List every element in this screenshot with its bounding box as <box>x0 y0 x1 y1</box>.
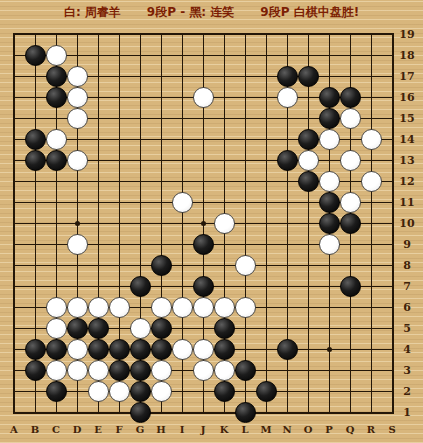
board-point <box>235 255 256 276</box>
row-label: 11 <box>394 196 420 209</box>
white-stone <box>193 360 214 381</box>
board-point <box>214 360 235 381</box>
black-stone <box>130 381 151 402</box>
board-point <box>319 108 340 129</box>
board-point <box>298 66 319 87</box>
board-point <box>193 87 214 108</box>
row-label: 2 <box>394 385 420 398</box>
column-label: O <box>298 424 319 435</box>
white-stone <box>319 171 340 192</box>
row-label: 16 <box>394 91 420 104</box>
black-stone <box>25 129 46 150</box>
black-stone <box>319 108 340 129</box>
white-stone <box>214 360 235 381</box>
black-stone <box>277 339 298 360</box>
white-stone <box>46 297 67 318</box>
board-point <box>25 150 46 171</box>
white-stone <box>46 129 67 150</box>
column-label: C <box>46 424 67 435</box>
white-stone <box>340 192 361 213</box>
row-label: 6 <box>394 301 420 314</box>
board-point <box>67 297 88 318</box>
black-stone <box>277 66 298 87</box>
white-stone <box>67 108 88 129</box>
black-stone <box>67 318 88 339</box>
white-stone <box>214 297 235 318</box>
board-point <box>109 339 130 360</box>
column-label: Q <box>340 424 361 435</box>
black-stone <box>298 171 319 192</box>
board-point <box>109 381 130 402</box>
white-stone <box>151 360 172 381</box>
white-stone <box>67 150 88 171</box>
board-point <box>46 381 67 402</box>
column-label: F <box>109 424 130 435</box>
board-point <box>235 360 256 381</box>
row-label: 15 <box>394 112 420 125</box>
board-point <box>151 297 172 318</box>
row-label: 3 <box>394 364 420 377</box>
board-point <box>67 360 88 381</box>
black-stone <box>319 213 340 234</box>
board-point <box>256 381 277 402</box>
board-point <box>361 171 382 192</box>
white-stone <box>67 360 88 381</box>
board-point <box>319 129 340 150</box>
board-point <box>46 318 67 339</box>
black-stone <box>340 87 361 108</box>
row-label: 17 <box>394 70 420 83</box>
board-point <box>88 339 109 360</box>
board-point <box>214 318 235 339</box>
board-point <box>46 339 67 360</box>
board-point <box>46 360 67 381</box>
board-point <box>67 234 88 255</box>
row-label: 5 <box>394 322 420 335</box>
board-point <box>214 339 235 360</box>
black-stone <box>130 360 151 381</box>
black-stone <box>340 276 361 297</box>
white-stone <box>172 339 193 360</box>
black-stone <box>25 45 46 66</box>
board-point <box>130 402 151 423</box>
board-point <box>214 297 235 318</box>
black-stone <box>88 339 109 360</box>
black-stone <box>340 213 361 234</box>
black-stone <box>109 360 130 381</box>
board-point <box>46 45 67 66</box>
board-point <box>46 66 67 87</box>
white-stone <box>298 150 319 171</box>
row-label: 9 <box>394 238 420 251</box>
stones-layer <box>4 24 403 423</box>
black-stone <box>193 234 214 255</box>
board-point <box>319 192 340 213</box>
board-point <box>214 213 235 234</box>
row-label: 1 <box>394 406 420 419</box>
board-point <box>130 339 151 360</box>
board-point <box>214 381 235 402</box>
board-point <box>25 360 46 381</box>
board-point <box>319 234 340 255</box>
white-stone <box>130 318 151 339</box>
column-label: I <box>172 424 193 435</box>
column-label: N <box>277 424 298 435</box>
board-point <box>109 360 130 381</box>
board-point <box>277 66 298 87</box>
board-point <box>25 129 46 150</box>
white-stone <box>193 87 214 108</box>
white-stone <box>235 255 256 276</box>
board-point <box>340 87 361 108</box>
white-stone <box>46 45 67 66</box>
white-stone <box>319 129 340 150</box>
row-label: 18 <box>394 49 420 62</box>
column-label: M <box>256 424 277 435</box>
board-point <box>298 171 319 192</box>
white-stone <box>88 360 109 381</box>
white-stone <box>46 318 67 339</box>
column-label: S <box>382 424 403 435</box>
black-stone <box>25 360 46 381</box>
black-stone <box>277 150 298 171</box>
board-point <box>46 129 67 150</box>
board-point <box>151 381 172 402</box>
board-point <box>193 360 214 381</box>
white-stone <box>235 297 256 318</box>
board-point <box>151 360 172 381</box>
board-point <box>25 339 46 360</box>
white-stone <box>340 108 361 129</box>
column-label: G <box>130 424 151 435</box>
white-stone <box>361 171 382 192</box>
go-game-viewer: 白: 周睿羊 9段P - 黑: 连笑 9段P 白棋中盘胜! ABCDEFGHIJ… <box>0 0 423 443</box>
board-point <box>67 339 88 360</box>
board-point <box>130 381 151 402</box>
board-point <box>298 129 319 150</box>
column-label: L <box>235 424 256 435</box>
board-point <box>88 318 109 339</box>
black-stone <box>235 360 256 381</box>
game-info-bar: 白: 周睿羊 9段P - 黑: 连笑 9段P 白棋中盘胜! <box>0 0 423 24</box>
board-point <box>277 150 298 171</box>
board-point <box>361 129 382 150</box>
column-label: R <box>361 424 382 435</box>
white-stone <box>67 66 88 87</box>
black-stone <box>319 87 340 108</box>
black-stone <box>151 339 172 360</box>
board-point <box>151 339 172 360</box>
white-stone <box>46 360 67 381</box>
column-label: D <box>67 424 88 435</box>
board-point <box>277 87 298 108</box>
board-point <box>340 213 361 234</box>
white-stone <box>151 381 172 402</box>
black-stone <box>151 318 172 339</box>
board-point <box>67 150 88 171</box>
white-stone <box>88 297 109 318</box>
board-point <box>46 150 67 171</box>
column-label: P <box>319 424 340 435</box>
white-stone <box>340 150 361 171</box>
white-stone <box>214 213 235 234</box>
black-stone <box>319 192 340 213</box>
black-stone <box>130 339 151 360</box>
white-stone <box>151 297 172 318</box>
white-player-label: 白: 周睿羊 <box>64 4 121 21</box>
column-label: B <box>25 424 46 435</box>
row-label: 13 <box>394 154 420 167</box>
board-point <box>319 213 340 234</box>
board-point <box>25 45 46 66</box>
board-point <box>130 276 151 297</box>
row-label: 8 <box>394 259 420 272</box>
board-point <box>172 297 193 318</box>
black-stone <box>130 402 151 423</box>
board-point <box>172 339 193 360</box>
column-label: E <box>88 424 109 435</box>
white-stone <box>193 339 214 360</box>
white-stone <box>277 87 298 108</box>
board-point <box>67 87 88 108</box>
board-point <box>193 276 214 297</box>
black-stone <box>298 66 319 87</box>
row-label: 19 <box>394 28 420 41</box>
white-stone <box>361 129 382 150</box>
row-label: 4 <box>394 343 420 356</box>
white-stone <box>67 234 88 255</box>
board-point <box>235 297 256 318</box>
board-point <box>67 66 88 87</box>
board-point <box>319 87 340 108</box>
black-stone <box>298 129 319 150</box>
board-point <box>151 318 172 339</box>
black-stone <box>256 381 277 402</box>
board-point <box>130 318 151 339</box>
board-point <box>193 339 214 360</box>
white-stone <box>193 297 214 318</box>
black-stone <box>235 402 256 423</box>
black-stone <box>25 339 46 360</box>
black-stone <box>46 66 67 87</box>
white-stone <box>67 339 88 360</box>
black-stone <box>46 381 67 402</box>
board-point <box>298 150 319 171</box>
black-stone <box>214 381 235 402</box>
board-point <box>319 171 340 192</box>
black-stone <box>46 339 67 360</box>
black-stone <box>88 318 109 339</box>
board-point <box>88 297 109 318</box>
white-stone <box>172 297 193 318</box>
board-point <box>172 192 193 213</box>
board-point <box>67 318 88 339</box>
board-point <box>235 402 256 423</box>
row-label: 10 <box>394 217 420 230</box>
black-stone <box>214 339 235 360</box>
row-label: 14 <box>394 133 420 146</box>
white-stone <box>109 297 130 318</box>
board-point <box>109 297 130 318</box>
board-point <box>88 381 109 402</box>
column-label: A <box>4 424 25 435</box>
black-stone <box>193 276 214 297</box>
column-label: K <box>214 424 235 435</box>
row-label: 7 <box>394 280 420 293</box>
board-point <box>151 255 172 276</box>
black-stone <box>46 150 67 171</box>
column-label: J <box>193 424 214 435</box>
board-point <box>340 276 361 297</box>
board-point <box>88 360 109 381</box>
black-stone <box>151 255 172 276</box>
board-point <box>193 297 214 318</box>
black-stone <box>214 318 235 339</box>
white-stone <box>319 234 340 255</box>
board-point <box>340 150 361 171</box>
board-point <box>277 339 298 360</box>
row-label: 12 <box>394 175 420 188</box>
result-label: 9段P 白棋中盘胜! <box>260 4 359 21</box>
white-stone <box>109 381 130 402</box>
white-stone <box>88 381 109 402</box>
white-stone <box>172 192 193 213</box>
go-board: ABCDEFGHIJKLMNOPQRS 19181716151413121110… <box>0 24 423 443</box>
white-stone <box>67 87 88 108</box>
board-point <box>46 87 67 108</box>
board-point <box>130 360 151 381</box>
board-point <box>340 192 361 213</box>
black-stone <box>130 276 151 297</box>
black-stone <box>46 87 67 108</box>
black-stone <box>25 150 46 171</box>
board-point <box>46 297 67 318</box>
board-point <box>340 108 361 129</box>
column-label: H <box>151 424 172 435</box>
board-point <box>67 108 88 129</box>
black-stone <box>109 339 130 360</box>
ranks-black-player-label: 9段P - 黑: 连笑 <box>147 4 234 21</box>
white-stone <box>67 297 88 318</box>
board-point <box>193 234 214 255</box>
